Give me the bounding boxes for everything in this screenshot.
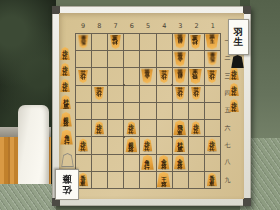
rank-label: 七 — [222, 137, 233, 154]
nameplate-sato: 佐藤 — [55, 169, 79, 200]
shogi-piece-P-sente[interactable]: 歩兵 — [60, 79, 70, 92]
frame-corner-bracket — [243, 198, 251, 206]
shogi-piece-N-sente[interactable]: 桂馬 — [60, 95, 71, 109]
file-label: 7 — [107, 21, 123, 32]
rank-label: 八 — [222, 154, 233, 171]
shogi-piece-K-sente[interactable]: 王将 — [157, 172, 171, 188]
shogi-piece-P-sente[interactable]: 歩兵 — [126, 121, 136, 134]
shogi-piece-L-gote[interactable]: 香車 — [78, 35, 89, 49]
shogi-piece-S-gote[interactable]: 銀将 — [174, 69, 186, 84]
shogi-piece-G-sente[interactable]: 金将 — [158, 155, 170, 170]
file-label: 3 — [172, 21, 188, 32]
board-frame: 987654321 一二三四五六七八九 香車桂馬銀将桂馬玉将金将香車歩兵金将歩兵… — [52, 6, 251, 206]
shogi-piece-G-gote[interactable]: 金将 — [141, 69, 153, 84]
shogi-piece-S-sente[interactable]: 銀将 — [125, 138, 137, 153]
shogi-piece-P-sente[interactable]: 歩兵 — [60, 47, 70, 60]
shogi-piece-S-gote[interactable]: 銀将 — [174, 34, 186, 49]
shogi-piece-P-gote[interactable]: 歩兵 — [78, 70, 88, 83]
file-label: 2 — [189, 21, 205, 32]
shogi-piece-P-sente[interactable]: 歩兵 — [60, 63, 70, 76]
nameplate-char: 生 — [234, 37, 244, 48]
shogi-piece-R-sente[interactable]: 飛車 — [173, 120, 186, 135]
file-label: 6 — [124, 21, 140, 32]
nameplate-char: 佐 — [62, 185, 72, 196]
shogi-piece-R-gote[interactable]: 飛車 — [189, 69, 202, 84]
shogi-piece-P-sente[interactable]: 歩兵 — [229, 67, 239, 80]
shogi-piece-P-sente[interactable]: 歩兵 — [207, 138, 217, 151]
shogi-piece-P-gote[interactable]: 歩兵 — [191, 87, 201, 100]
rank-label: 六 — [222, 120, 233, 137]
shogi-piece-N-gote[interactable]: 桂馬 — [110, 35, 121, 49]
hand-pieces-gote: 歩兵歩兵歩兵桂馬銀将角行 — [60, 47, 73, 145]
shogi-piece-K-gote[interactable]: 玉将 — [205, 34, 219, 50]
shogi-piece-B-sente[interactable]: 角行 — [60, 130, 73, 145]
shogi-piece-P-gote[interactable]: 歩兵 — [94, 87, 104, 100]
carpet-left — [0, 184, 56, 210]
shogi-piece-N-gote[interactable]: 桂馬 — [190, 35, 201, 49]
shogi-piece-P-gote[interactable]: 歩兵 — [175, 87, 185, 100]
gote-white-piece-marker — [61, 153, 74, 167]
shogi-piece-P-sente[interactable]: 歩兵 — [78, 138, 88, 151]
shogi-piece-P-gote[interactable]: 歩兵 — [159, 70, 169, 83]
shogi-piece-P-sente[interactable]: 歩兵 — [94, 121, 104, 134]
file-label: 1 — [205, 21, 221, 32]
shogi-piece-P-sente[interactable]: 歩兵 — [229, 83, 239, 96]
shogi-piece-L-sente[interactable]: 香車 — [207, 173, 218, 187]
nameplate-habu: 羽生 — [228, 19, 249, 55]
shogi-piece-G-sente[interactable]: 金将 — [174, 155, 186, 170]
file-label: 4 — [156, 21, 172, 32]
shogi-demo-board-photo: 987654321 一二三四五六七八九 香車桂馬銀将桂馬玉将金将香車歩兵金将歩兵… — [0, 0, 280, 210]
shogi-piece-P-sente[interactable]: 歩兵 — [191, 121, 201, 134]
shogi-piece-S-sente[interactable]: 銀将 — [60, 112, 72, 127]
shogi-piece-B-sente[interactable]: 角行 — [141, 155, 154, 170]
file-labels: 987654321 — [75, 21, 221, 32]
shogi-piece-P-gote[interactable]: 歩兵 — [207, 70, 217, 83]
file-label: 8 — [91, 21, 107, 32]
shogi-piece-L-sente[interactable]: 香車 — [78, 173, 89, 187]
shogi-piece-L-gote[interactable]: 香車 — [207, 52, 218, 66]
shogi-piece-N-sente[interactable]: 桂馬 — [174, 138, 185, 152]
frame-corner-bracket — [243, 6, 251, 14]
board-face: 987654321 一二三四五六七八九 香車桂馬銀将桂馬玉将金将香車歩兵金将歩兵… — [59, 13, 244, 199]
file-label: 5 — [140, 21, 156, 32]
pieces-layer: 香車桂馬銀将桂馬玉将金将香車歩兵金将歩兵銀将飛車歩兵歩兵歩兵歩兵歩兵歩兵飛車歩兵… — [75, 33, 220, 188]
shogi-piece-P-sente[interactable]: 歩兵 — [142, 138, 152, 151]
hand-pieces-sente: 歩兵歩兵歩兵 — [229, 67, 239, 112]
nameplate-char: 藤 — [62, 174, 72, 185]
shogi-piece-P-sente[interactable]: 歩兵 — [229, 99, 239, 112]
file-label: 9 — [75, 21, 91, 32]
rank-label: 九 — [222, 172, 233, 189]
shogi-piece-G-gote[interactable]: 金将 — [174, 52, 186, 67]
